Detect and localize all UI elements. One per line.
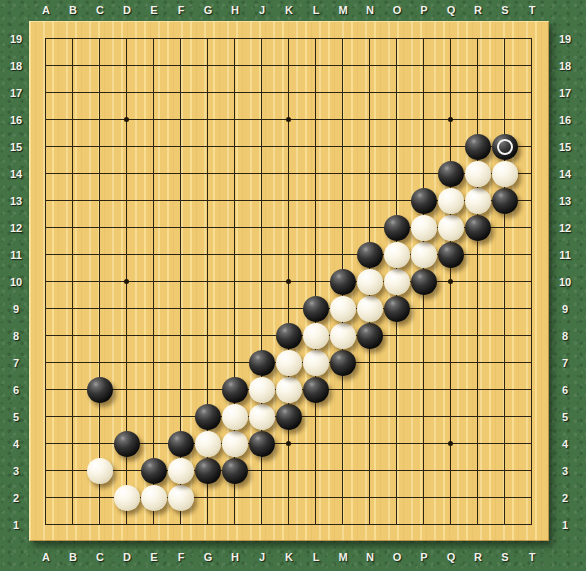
coordinate-label: O (393, 552, 402, 563)
grid-line (45, 470, 532, 471)
star-point (448, 117, 453, 122)
coordinate-label: F (178, 552, 185, 563)
coordinate-label: 5 (562, 412, 568, 423)
coordinate-label: C (96, 5, 104, 16)
coordinate-label: C (96, 552, 104, 563)
white-stone (357, 269, 383, 295)
coordinate-label: 6 (562, 385, 568, 396)
grid-line (531, 38, 532, 525)
white-stone (465, 161, 491, 187)
coordinate-label: N (366, 552, 374, 563)
star-point (286, 279, 291, 284)
coordinate-label: T (529, 552, 536, 563)
coordinate-label: 18 (559, 61, 571, 72)
black-stone (465, 215, 491, 241)
coordinate-label: 7 (562, 358, 568, 369)
coordinate-label: 17 (559, 88, 571, 99)
black-stone (384, 215, 410, 241)
star-point (286, 441, 291, 446)
coordinate-label: 4 (13, 439, 19, 450)
black-stone (465, 134, 491, 160)
white-stone (330, 323, 356, 349)
black-stone (411, 188, 437, 214)
black-stone (492, 134, 518, 160)
coordinate-label: 9 (562, 304, 568, 315)
coordinate-label: 10 (559, 277, 571, 288)
coordinate-label: R (474, 5, 482, 16)
white-stone (276, 350, 302, 376)
coordinate-label: 12 (10, 223, 22, 234)
black-stone (195, 458, 221, 484)
coordinate-label: E (150, 5, 157, 16)
coordinate-label: 12 (559, 223, 571, 234)
coordinate-label: B (69, 5, 77, 16)
coordinate-label: S (501, 5, 508, 16)
grid-line (45, 524, 532, 525)
grid-line (315, 38, 316, 525)
black-stone (168, 431, 194, 457)
white-stone (249, 377, 275, 403)
coordinate-label: P (420, 552, 427, 563)
black-stone (384, 296, 410, 322)
white-stone (222, 404, 248, 430)
white-stone (249, 404, 275, 430)
coordinate-label: 1 (562, 520, 568, 531)
coordinate-label: E (150, 552, 157, 563)
black-stone (114, 431, 140, 457)
coordinate-label: L (313, 5, 320, 16)
white-stone (141, 485, 167, 511)
coordinate-label: M (338, 552, 347, 563)
coordinate-label: 1 (13, 520, 19, 531)
white-stone (303, 323, 329, 349)
black-stone (330, 269, 356, 295)
coordinate-label: 14 (559, 169, 571, 180)
grid-line (45, 308, 532, 309)
coordinate-label: P (420, 5, 427, 16)
white-stone (465, 188, 491, 214)
coordinate-label: 17 (10, 88, 22, 99)
black-stone (222, 377, 248, 403)
coordinate-label: G (204, 552, 213, 563)
white-stone (303, 350, 329, 376)
white-stone (357, 296, 383, 322)
coordinate-label: Q (447, 552, 456, 563)
grid-line (504, 38, 505, 525)
coordinate-label: 4 (562, 439, 568, 450)
coordinate-label: G (204, 5, 213, 16)
black-stone (87, 377, 113, 403)
white-stone (492, 161, 518, 187)
coordinate-label: F (178, 5, 185, 16)
white-stone (168, 485, 194, 511)
coordinate-label: 16 (10, 115, 22, 126)
coordinate-label: 8 (562, 331, 568, 342)
star-point (448, 441, 453, 446)
white-stone (276, 377, 302, 403)
coordinate-label: D (123, 552, 131, 563)
star-point (124, 117, 129, 122)
coordinate-label: 2 (562, 493, 568, 504)
coordinate-label: H (231, 552, 239, 563)
coordinate-label: 19 (10, 34, 22, 45)
black-stone (438, 161, 464, 187)
white-stone (168, 458, 194, 484)
star-point (286, 117, 291, 122)
white-stone (411, 242, 437, 268)
coordinate-label: 3 (562, 466, 568, 477)
coordinate-label: 16 (559, 115, 571, 126)
coordinate-label: J (259, 552, 265, 563)
coordinate-label: 15 (559, 142, 571, 153)
coordinate-label: 6 (13, 385, 19, 396)
coordinate-label: R (474, 552, 482, 563)
coordinate-label: 9 (13, 304, 19, 315)
white-stone (384, 269, 410, 295)
white-stone (222, 431, 248, 457)
coordinate-label: A (42, 5, 50, 16)
coordinate-label: 7 (13, 358, 19, 369)
black-stone (249, 350, 275, 376)
grid-line (477, 38, 478, 525)
coordinate-label: B (69, 552, 77, 563)
white-stone (411, 215, 437, 241)
board-grid[interactable] (45, 38, 532, 525)
coordinate-label: 15 (10, 142, 22, 153)
black-stone (141, 458, 167, 484)
coordinate-label: 11 (10, 250, 22, 261)
coordinate-label: 2 (13, 493, 19, 504)
star-point (124, 279, 129, 284)
coordinate-label: 14 (10, 169, 22, 180)
coordinate-label: 13 (559, 196, 571, 207)
black-stone (276, 404, 302, 430)
coordinate-label: J (259, 5, 265, 16)
white-stone (114, 485, 140, 511)
coordinate-label: 13 (10, 196, 22, 207)
black-stone (249, 431, 275, 457)
black-stone (276, 323, 302, 349)
coordinate-label: Q (447, 5, 456, 16)
goban (29, 21, 549, 541)
coordinate-label: A (42, 552, 50, 563)
coordinate-label: T (529, 5, 536, 16)
black-stone (222, 458, 248, 484)
coordinate-label: 19 (559, 34, 571, 45)
black-stone (303, 296, 329, 322)
coordinate-label: 5 (13, 412, 19, 423)
coordinate-label: 8 (13, 331, 19, 342)
white-stone (87, 458, 113, 484)
coordinate-label: L (313, 552, 320, 563)
coordinate-label: 3 (13, 466, 19, 477)
coordinate-label: 18 (10, 61, 22, 72)
black-stone (195, 404, 221, 430)
black-stone (330, 350, 356, 376)
black-stone (357, 323, 383, 349)
coordinate-label: H (231, 5, 239, 16)
white-stone (438, 215, 464, 241)
coordinate-label: 10 (10, 277, 22, 288)
coordinate-label: M (338, 5, 347, 16)
black-stone (357, 242, 383, 268)
black-stone (492, 188, 518, 214)
star-point (448, 279, 453, 284)
black-stone (303, 377, 329, 403)
black-stone (411, 269, 437, 295)
coordinate-label: 11 (559, 250, 571, 261)
coordinate-label: O (393, 5, 402, 16)
go-app-screen: ABCDEFGHJKLMNOPQRST ABCDEFGHJKLMNOPQRST … (0, 0, 586, 571)
coordinate-label: K (285, 552, 293, 563)
coordinate-label: K (285, 5, 293, 16)
white-stone (330, 296, 356, 322)
coordinate-label: D (123, 5, 131, 16)
white-stone (438, 188, 464, 214)
coordinate-label: S (501, 552, 508, 563)
last-move-marker (497, 139, 513, 155)
white-stone (384, 242, 410, 268)
coordinate-label: N (366, 5, 374, 16)
black-stone (438, 242, 464, 268)
white-stone (195, 431, 221, 457)
